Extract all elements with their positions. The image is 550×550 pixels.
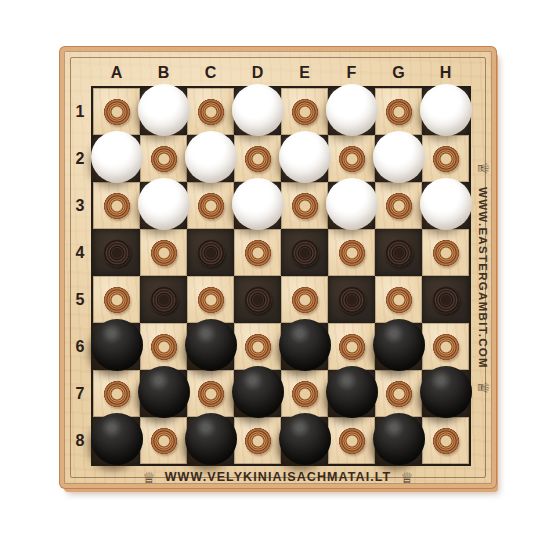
socket-ring bbox=[242, 143, 274, 175]
square-D3[interactable] bbox=[234, 182, 281, 229]
socket-ring bbox=[148, 425, 180, 457]
socket-ring bbox=[430, 284, 462, 316]
square-C5[interactable] bbox=[187, 276, 234, 323]
black-ball[interactable] bbox=[138, 365, 190, 417]
socket-ring bbox=[289, 96, 321, 128]
square-G3[interactable] bbox=[375, 182, 422, 229]
black-ball[interactable] bbox=[279, 318, 331, 370]
square-B6[interactable] bbox=[140, 323, 187, 370]
column-label-E: E bbox=[281, 62, 328, 84]
square-F7[interactable] bbox=[328, 370, 375, 417]
square-F6[interactable] bbox=[328, 323, 375, 370]
square-B3[interactable] bbox=[140, 182, 187, 229]
crown-icon: ♕ bbox=[142, 470, 155, 485]
square-F4[interactable] bbox=[328, 229, 375, 276]
square-B4[interactable] bbox=[140, 229, 187, 276]
square-H7[interactable] bbox=[422, 370, 469, 417]
row-label-5: 5 bbox=[69, 276, 91, 323]
square-A4[interactable] bbox=[93, 229, 140, 276]
row-label-4: 4 bbox=[69, 229, 91, 276]
black-ball[interactable] bbox=[91, 412, 143, 464]
square-C4[interactable] bbox=[187, 229, 234, 276]
square-F8[interactable] bbox=[328, 417, 375, 464]
square-E3[interactable] bbox=[281, 182, 328, 229]
black-ball[interactable] bbox=[373, 412, 425, 464]
board-grid bbox=[91, 86, 471, 466]
socket-ring bbox=[383, 96, 415, 128]
product-photo-canvas: ABCDEFGH 12345678 ♕ WWW.EASTERGAMBIT.COM… bbox=[0, 0, 550, 550]
square-A8[interactable] bbox=[93, 417, 140, 464]
white-ball[interactable] bbox=[373, 130, 425, 182]
black-ball[interactable] bbox=[326, 365, 378, 417]
socket-ring bbox=[101, 378, 133, 410]
white-ball[interactable] bbox=[91, 130, 143, 182]
square-G5[interactable] bbox=[375, 276, 422, 323]
row-label-8: 8 bbox=[69, 417, 91, 464]
white-ball[interactable] bbox=[326, 83, 378, 135]
square-C6[interactable] bbox=[187, 323, 234, 370]
socket-ring bbox=[242, 331, 274, 363]
black-ball[interactable] bbox=[279, 412, 331, 464]
black-ball[interactable] bbox=[373, 318, 425, 370]
square-C8[interactable] bbox=[187, 417, 234, 464]
socket-ring bbox=[336, 425, 368, 457]
square-F5[interactable] bbox=[328, 276, 375, 323]
column-labels: ABCDEFGH bbox=[93, 62, 469, 84]
socket-ring bbox=[383, 237, 415, 269]
socket-ring bbox=[383, 378, 415, 410]
crown-icon: ♕ bbox=[476, 381, 491, 394]
square-G4[interactable] bbox=[375, 229, 422, 276]
socket-ring bbox=[148, 237, 180, 269]
socket-ring bbox=[336, 284, 368, 316]
square-C2[interactable] bbox=[187, 135, 234, 182]
square-E5[interactable] bbox=[281, 276, 328, 323]
square-A2[interactable] bbox=[93, 135, 140, 182]
column-label-H: H bbox=[422, 62, 469, 84]
socket-ring bbox=[195, 190, 227, 222]
socket-ring bbox=[289, 190, 321, 222]
white-ball[interactable] bbox=[138, 177, 190, 229]
square-A1[interactable] bbox=[93, 88, 140, 135]
crown-icon: ♕ bbox=[476, 162, 491, 175]
right-branding: ♕ WWW.EASTERGAMBIT.COM ♕ bbox=[476, 162, 491, 395]
square-G6[interactable] bbox=[375, 323, 422, 370]
row-label-3: 3 bbox=[69, 182, 91, 229]
square-C7[interactable] bbox=[187, 370, 234, 417]
socket-ring bbox=[242, 284, 274, 316]
socket-ring bbox=[430, 143, 462, 175]
black-ball[interactable] bbox=[185, 318, 237, 370]
black-ball[interactable] bbox=[91, 318, 143, 370]
socket-ring bbox=[336, 331, 368, 363]
bottom-branding-url: WWW.VELYKINIAISACHMATAI.LT bbox=[165, 470, 392, 484]
square-D5[interactable] bbox=[234, 276, 281, 323]
square-E4[interactable] bbox=[281, 229, 328, 276]
black-ball[interactable] bbox=[420, 365, 472, 417]
socket-ring bbox=[195, 96, 227, 128]
white-ball[interactable] bbox=[326, 177, 378, 229]
square-H4[interactable] bbox=[422, 229, 469, 276]
white-ball[interactable] bbox=[279, 130, 331, 182]
socket-ring bbox=[430, 237, 462, 269]
square-C1[interactable] bbox=[187, 88, 234, 135]
black-ball[interactable] bbox=[232, 365, 284, 417]
socket-ring bbox=[195, 237, 227, 269]
row-label-1: 1 bbox=[69, 88, 91, 135]
square-H1[interactable] bbox=[422, 88, 469, 135]
column-label-G: G bbox=[375, 62, 422, 84]
white-ball[interactable] bbox=[232, 177, 284, 229]
column-label-D: D bbox=[234, 62, 281, 84]
square-G2[interactable] bbox=[375, 135, 422, 182]
socket-ring bbox=[383, 190, 415, 222]
square-D7[interactable] bbox=[234, 370, 281, 417]
square-G1[interactable] bbox=[375, 88, 422, 135]
square-C3[interactable] bbox=[187, 182, 234, 229]
white-ball[interactable] bbox=[185, 130, 237, 182]
white-ball[interactable] bbox=[420, 83, 472, 135]
game-board: ABCDEFGH 12345678 ♕ WWW.EASTERGAMBIT.COM… bbox=[60, 47, 496, 488]
white-ball[interactable] bbox=[420, 177, 472, 229]
socket-ring bbox=[148, 143, 180, 175]
square-A6[interactable] bbox=[93, 323, 140, 370]
socket-ring bbox=[383, 284, 415, 316]
square-A7[interactable] bbox=[93, 370, 140, 417]
column-label-A: A bbox=[93, 62, 140, 84]
square-F2[interactable] bbox=[328, 135, 375, 182]
column-label-C: C bbox=[187, 62, 234, 84]
square-B5[interactable] bbox=[140, 276, 187, 323]
square-E7[interactable] bbox=[281, 370, 328, 417]
square-D1[interactable] bbox=[234, 88, 281, 135]
row-label-2: 2 bbox=[69, 135, 91, 182]
white-ball[interactable] bbox=[232, 83, 284, 135]
white-ball[interactable] bbox=[138, 83, 190, 135]
row-label-7: 7 bbox=[69, 370, 91, 417]
square-H5[interactable] bbox=[422, 276, 469, 323]
socket-ring bbox=[148, 331, 180, 363]
square-H8[interactable] bbox=[422, 417, 469, 464]
right-branding-url: WWW.EASTERGAMBIT.COM bbox=[477, 187, 489, 369]
socket-ring bbox=[289, 284, 321, 316]
square-G7[interactable] bbox=[375, 370, 422, 417]
square-D4[interactable] bbox=[234, 229, 281, 276]
crown-icon: ♕ bbox=[400, 470, 413, 485]
square-E8[interactable] bbox=[281, 417, 328, 464]
socket-ring bbox=[101, 284, 133, 316]
socket-ring bbox=[195, 378, 227, 410]
socket-ring bbox=[289, 378, 321, 410]
socket-ring bbox=[242, 237, 274, 269]
socket-ring bbox=[101, 190, 133, 222]
square-G8[interactable] bbox=[375, 417, 422, 464]
square-E6[interactable] bbox=[281, 323, 328, 370]
socket-ring bbox=[289, 237, 321, 269]
row-labels: 12345678 bbox=[69, 88, 91, 464]
square-H2[interactable] bbox=[422, 135, 469, 182]
socket-ring bbox=[430, 331, 462, 363]
square-H6[interactable] bbox=[422, 323, 469, 370]
square-B2[interactable] bbox=[140, 135, 187, 182]
square-D6[interactable] bbox=[234, 323, 281, 370]
column-label-B: B bbox=[140, 62, 187, 84]
square-H3[interactable] bbox=[422, 182, 469, 229]
square-B8[interactable] bbox=[140, 417, 187, 464]
square-E1[interactable] bbox=[281, 88, 328, 135]
socket-ring bbox=[336, 143, 368, 175]
bottom-branding: ♕ WWW.VELYKINIAISACHMATAI.LT ♕ bbox=[64, 466, 492, 488]
column-label-F: F bbox=[328, 62, 375, 84]
socket-ring bbox=[430, 425, 462, 457]
square-F1[interactable] bbox=[328, 88, 375, 135]
square-E2[interactable] bbox=[281, 135, 328, 182]
square-D2[interactable] bbox=[234, 135, 281, 182]
socket-ring bbox=[195, 284, 227, 316]
square-B7[interactable] bbox=[140, 370, 187, 417]
socket-ring bbox=[148, 284, 180, 316]
square-A5[interactable] bbox=[93, 276, 140, 323]
row-label-6: 6 bbox=[69, 323, 91, 370]
socket-ring bbox=[242, 425, 274, 457]
socket-ring bbox=[336, 237, 368, 269]
square-D8[interactable] bbox=[234, 417, 281, 464]
black-ball[interactable] bbox=[185, 412, 237, 464]
socket-ring bbox=[101, 237, 133, 269]
square-A3[interactable] bbox=[93, 182, 140, 229]
square-B1[interactable] bbox=[140, 88, 187, 135]
square-F3[interactable] bbox=[328, 182, 375, 229]
socket-ring bbox=[101, 96, 133, 128]
